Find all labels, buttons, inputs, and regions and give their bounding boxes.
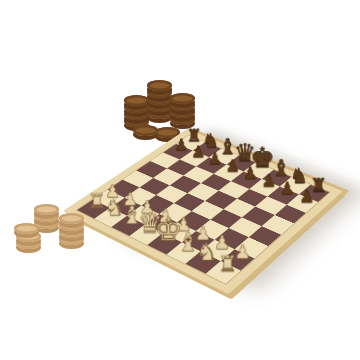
product-photo: ♜♟♟♜♞♟♟♞♝♟♟♝♛♟♟♛♚♟♟♚♝♟♟♝♞♟♟♞♜♟♟♜ <box>0 0 360 360</box>
light-checkers-stack-group <box>12 194 96 258</box>
checker-disc <box>14 223 39 234</box>
checker-disc <box>34 204 59 215</box>
checker-disc <box>147 80 172 91</box>
checker-disc <box>170 93 195 104</box>
checker-disc <box>124 95 149 106</box>
checker-disc <box>59 213 84 224</box>
